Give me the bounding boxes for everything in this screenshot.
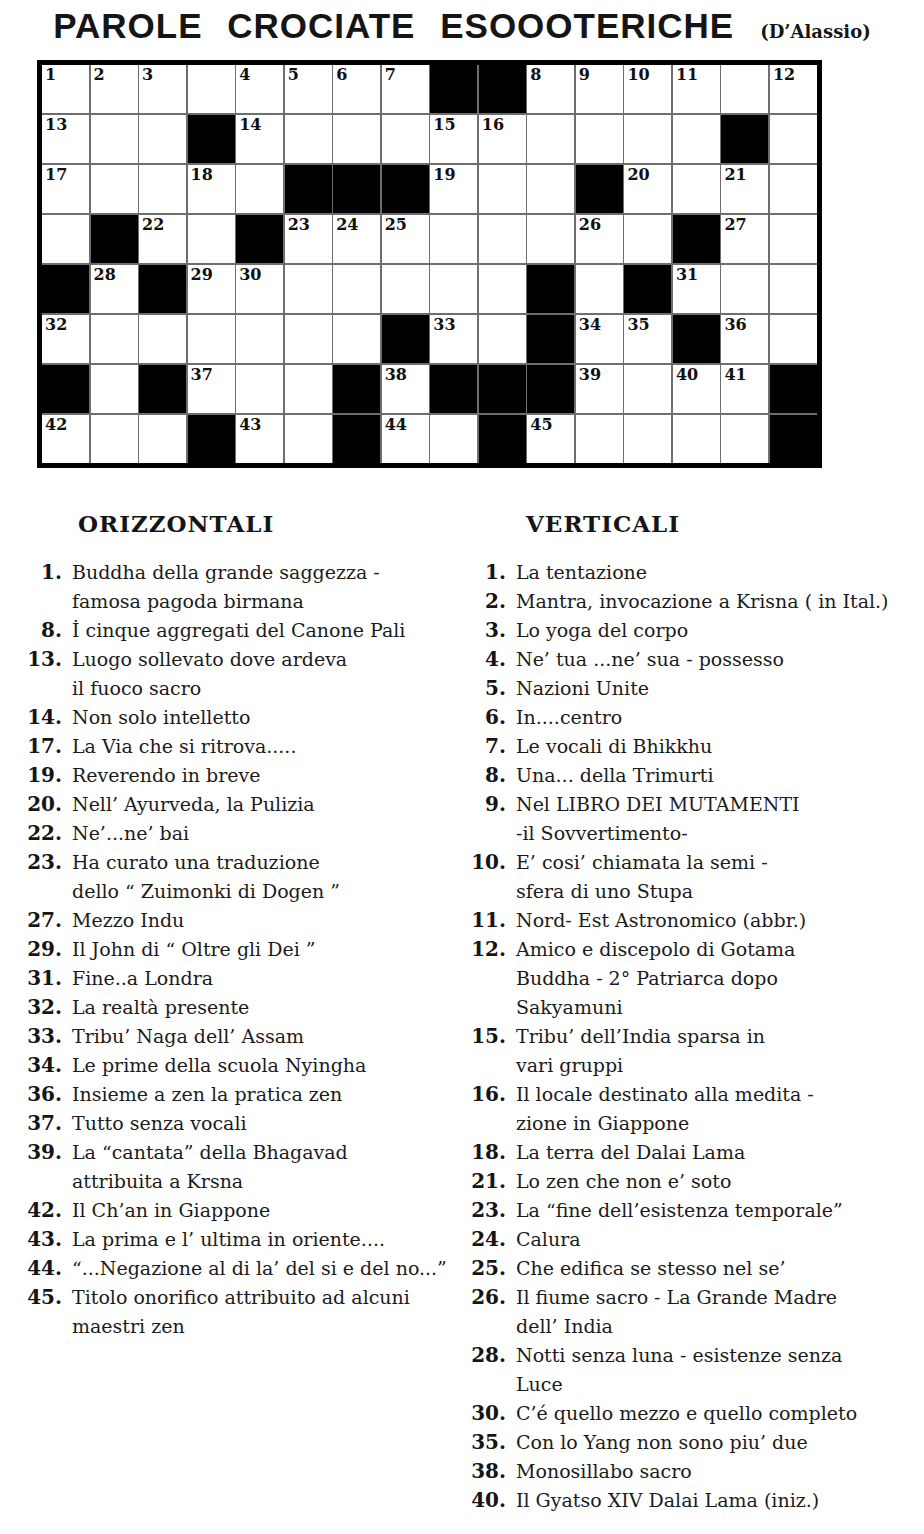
across-clue-43: 43.La prima e l’ ultima in oriente.... [16, 1225, 462, 1254]
clue-number: 18. [460, 1138, 516, 1167]
clue-number: 6. [460, 703, 516, 732]
clue-number: 30. [460, 1399, 516, 1428]
across-clues-column: ORIZZONTALI 1.Buddha della grande saggez… [16, 510, 462, 1341]
clue-text-line: Nazioni Unite [516, 674, 922, 703]
block-cell-r7c11 [527, 365, 574, 413]
across-clue-29: 29.Il John di “ Oltre gli Dei ” [16, 935, 462, 964]
cell-r7c5[interactable] [236, 365, 283, 413]
clue-text: Nazioni Unite [516, 674, 922, 703]
cell-r5c6[interactable] [285, 265, 332, 313]
cell-r4c10[interactable] [479, 215, 526, 263]
cell-r6c16[interactable] [770, 315, 817, 363]
block-cell-r7c7 [333, 365, 380, 413]
clue-text-line: Lo zen che non e’ soto [516, 1167, 922, 1196]
down-clues-column: VERTICALI 1.La tentazione2.Mantra, invoc… [460, 510, 922, 1515]
cell-r6c5[interactable] [236, 315, 283, 363]
cell-number: 45 [530, 415, 552, 434]
clue-text-line: Titolo onorifico attribuito ad alcuni [72, 1283, 462, 1312]
clue-text-line: Tribu’ Naga dell’ Assam [72, 1022, 462, 1051]
clue-number: 10. [460, 848, 516, 877]
cell-r6c6[interactable] [285, 315, 332, 363]
clue-number: 31. [16, 964, 72, 993]
clue-number: 15. [460, 1022, 516, 1051]
cell-r1c7[interactable]: 6 [333, 65, 380, 113]
cell-r3c1[interactable]: 17 [42, 165, 89, 213]
cell-number: 3 [142, 65, 153, 84]
cell-r6c7[interactable] [333, 315, 380, 363]
clue-text: Monosillabo sacro [516, 1457, 922, 1486]
cell-r7c14[interactable]: 40 [673, 365, 720, 413]
clue-text: Fine..a Londra [72, 964, 462, 993]
clue-text-line: Fine..a Londra [72, 964, 462, 993]
cell-number: 22 [142, 215, 164, 234]
clue-number: 21. [460, 1167, 516, 1196]
block-cell-r5c1 [42, 265, 89, 313]
block-cell-r3c8 [382, 165, 429, 213]
across-clue-36: 36.Insieme a zen la pratica zen [16, 1080, 462, 1109]
clue-text-line: Mezzo Indu [72, 906, 462, 935]
clue-text-line: La tentazione [516, 558, 922, 587]
cell-r8c15[interactable] [721, 415, 768, 463]
clue-text: Notti senza luna - esistenze senzaLuce [516, 1341, 922, 1399]
cell-r2c6[interactable] [285, 115, 332, 163]
cell-r5c7[interactable] [333, 265, 380, 313]
clue-number: 8. [16, 616, 72, 645]
cell-r1c4[interactable] [188, 65, 235, 113]
cell-r6c13[interactable]: 35 [624, 315, 671, 363]
cell-r8c14[interactable] [673, 415, 720, 463]
clue-text: Insieme a zen la pratica zen [72, 1080, 462, 1109]
clue-text-line: Le vocali di Bhikkhu [516, 732, 922, 761]
clue-number: 7. [460, 732, 516, 761]
down-clue-4: 4.Ne’ tua ...ne’ sua - possesso [460, 645, 922, 674]
clue-text-line: Non solo intelletto [72, 703, 462, 732]
block-cell-r8c4 [188, 415, 235, 463]
cell-r2c10[interactable]: 16 [479, 115, 526, 163]
cell-r5c8[interactable] [382, 265, 429, 313]
down-clues-list: 1.La tentazione2.Mantra, invocazione a K… [460, 558, 922, 1515]
across-clue-8: 8.İ cinque aggregati del Canone Pali [16, 616, 462, 645]
clue-text: La prima e l’ ultima in oriente.... [72, 1225, 462, 1254]
clue-text-line: Luce [516, 1370, 922, 1399]
cell-r5c12[interactable] [576, 265, 623, 313]
clue-number: 44. [16, 1254, 72, 1283]
cell-r4c6[interactable]: 23 [285, 215, 332, 263]
clue-text: Amico e discepolo di GotamaBuddha - 2° P… [516, 935, 922, 1022]
cell-r1c5[interactable]: 4 [236, 65, 283, 113]
clue-text: Nord- Est Astronomico (abbr.) [516, 906, 922, 935]
cell-r8c13[interactable] [624, 415, 671, 463]
clue-text: Non solo intelletto [72, 703, 462, 732]
across-clue-22: 22.Ne’...ne’ bai [16, 819, 462, 848]
clue-number: 22. [16, 819, 72, 848]
clue-text-line: La prima e l’ ultima in oriente.... [72, 1225, 462, 1254]
block-cell-r1c10 [479, 65, 526, 113]
clue-number: 36. [16, 1080, 72, 1109]
clue-text-line: sfera di uno Stupa [516, 877, 922, 906]
cell-number: 31 [676, 265, 698, 284]
cell-number: 35 [627, 315, 649, 334]
cell-r3c10[interactable] [479, 165, 526, 213]
clue-number: 3. [460, 616, 516, 645]
block-cell-r7c9 [430, 365, 477, 413]
cell-r6c10[interactable] [479, 315, 526, 363]
across-clues-header: ORIZZONTALI [78, 510, 462, 537]
cell-r8c3[interactable] [139, 415, 186, 463]
cell-number: 14 [239, 115, 261, 134]
cell-r7c15[interactable]: 41 [721, 365, 768, 413]
clue-text: Il fiume sacro - La Grande Madredell’ In… [516, 1283, 922, 1341]
block-cell-r6c8 [382, 315, 429, 363]
block-cell-r8c16 [770, 415, 817, 463]
down-clues-header: VERTICALI [526, 510, 922, 537]
cell-r6c4[interactable] [188, 315, 235, 363]
cell-r5c4[interactable]: 29 [188, 265, 235, 313]
clue-number: 8. [460, 761, 516, 790]
cell-number: 18 [191, 165, 213, 184]
cell-number: 29 [191, 265, 213, 284]
cell-r4c4[interactable] [188, 215, 235, 263]
block-cell-r3c12 [576, 165, 623, 213]
clue-text-line: Calura [516, 1225, 922, 1254]
clue-number: 23. [460, 1196, 516, 1225]
cell-r7c2[interactable] [91, 365, 138, 413]
down-clue-1: 1.La tentazione [460, 558, 922, 587]
clue-text: Con lo Yang non sono piu’ due [516, 1428, 922, 1457]
clue-number: 43. [16, 1225, 72, 1254]
clue-text: La terra del Dalai Lama [516, 1138, 922, 1167]
block-cell-r8c7 [333, 415, 380, 463]
clue-text-line: La “fine dell’esistenza temporale” [516, 1196, 922, 1225]
clue-text-line: La terra del Dalai Lama [516, 1138, 922, 1167]
cell-r3c4[interactable]: 18 [188, 165, 235, 213]
clue-text-line: Il locale destinato alla medita - [516, 1080, 922, 1109]
clue-number: 42. [16, 1196, 72, 1225]
cell-r5c14[interactable]: 31 [673, 265, 720, 313]
clue-text-line: Ha curato una traduzione [72, 848, 462, 877]
clue-number: 32. [16, 993, 72, 1022]
clue-text-line: La realtà presente [72, 993, 462, 1022]
clue-number: 1. [460, 558, 516, 587]
across-clue-37: 37.Tutto senza vocali [16, 1109, 462, 1138]
clue-number: 38. [460, 1457, 516, 1486]
clue-text: Ne’...ne’ bai [72, 819, 462, 848]
clue-text-line: maestri zen [72, 1312, 462, 1341]
clue-text-line: Nel LIBRO DEI MUTAMENTI [516, 790, 922, 819]
cell-r8c2[interactable] [91, 415, 138, 463]
block-cell-r4c5 [236, 215, 283, 263]
cell-r3c11[interactable] [527, 165, 574, 213]
clue-text-line: Buddha della grande saggezza - [72, 558, 462, 587]
across-clue-20: 20.Nell’ Ayurveda, la Pulizia [16, 790, 462, 819]
cell-r5c16[interactable] [770, 265, 817, 313]
cell-r2c9[interactable]: 15 [430, 115, 477, 163]
across-clues-list: 1.Buddha della grande saggezza -famosa p… [16, 558, 462, 1341]
clue-number: 5. [460, 674, 516, 703]
block-cell-r2c15 [721, 115, 768, 163]
cell-r2c7[interactable] [333, 115, 380, 163]
cell-number: 40 [676, 365, 698, 384]
across-clue-14: 14.Non solo intelletto [16, 703, 462, 732]
clue-text: La tentazione [516, 558, 922, 587]
clue-text: La “cantata” della Bhagavadattribuita a … [72, 1138, 462, 1196]
title-row: PAROLE CROCIATE ESOOOTERICHE(D’Alassio) [0, 6, 924, 46]
clue-text: Il Ch’an in Giappone [72, 1196, 462, 1225]
cell-number: 15 [433, 115, 455, 134]
cell-r4c7[interactable]: 24 [333, 215, 380, 263]
cell-number: 13 [45, 115, 67, 134]
cell-r1c13[interactable]: 10 [624, 65, 671, 113]
cell-r6c2[interactable] [91, 315, 138, 363]
across-clue-23: 23.Ha curato una traduzionedello “ Zuimo… [16, 848, 462, 906]
down-clue-30: 30.C’é quello mezzo e quello completo [460, 1399, 922, 1428]
down-clue-40: 40.Il Gyatso XIV Dalai Lama (iniz.) [460, 1486, 922, 1515]
cell-r7c4[interactable]: 37 [188, 365, 235, 413]
cell-number: 30 [239, 265, 261, 284]
down-clue-12: 12.Amico e discepolo di GotamaBuddha - 2… [460, 935, 922, 1022]
clue-text: Tribu’ dell’India sparsa invari gruppi [516, 1022, 922, 1080]
cell-r1c1[interactable]: 1 [42, 65, 89, 113]
clue-number: 13. [16, 645, 72, 674]
cell-r1c15[interactable] [721, 65, 768, 113]
clue-number: 11. [460, 906, 516, 935]
cell-number: 43 [239, 415, 261, 434]
clue-number: 33. [16, 1022, 72, 1051]
cell-r2c5[interactable]: 14 [236, 115, 283, 163]
clue-text-line: Ne’...ne’ bai [72, 819, 462, 848]
block-cell-r7c1 [42, 365, 89, 413]
clue-text-line: dell’ India [516, 1312, 922, 1341]
cell-r4c15[interactable]: 27 [721, 215, 768, 263]
cell-r2c16[interactable] [770, 115, 817, 163]
clue-text-line: Nord- Est Astronomico (abbr.) [516, 906, 922, 935]
clue-text-line: Con lo Yang non sono piu’ due [516, 1428, 922, 1457]
cell-r7c6[interactable] [285, 365, 332, 413]
cell-r6c1[interactable]: 32 [42, 315, 89, 363]
across-clue-45: 45.Titolo onorifico attribuito ad alcuni… [16, 1283, 462, 1341]
across-clue-33: 33.Tribu’ Naga dell’ Assam [16, 1022, 462, 1051]
clue-text-line: Ne’ tua ...ne’ sua - possesso [516, 645, 922, 674]
down-clue-35: 35.Con lo Yang non sono piu’ due [460, 1428, 922, 1457]
clue-number: 23. [16, 848, 72, 877]
down-clue-10: 10.E’ cosi’ chiamata la semi -sfera di u… [460, 848, 922, 906]
cell-r4c13[interactable] [624, 215, 671, 263]
cell-r6c15[interactable]: 36 [721, 315, 768, 363]
cell-r5c5[interactable]: 30 [236, 265, 283, 313]
cell-r3c16[interactable] [770, 165, 817, 213]
cell-r8c6[interactable] [285, 415, 332, 463]
down-clue-26: 26.Il fiume sacro - La Grande Madredell’… [460, 1283, 922, 1341]
cell-number: 37 [191, 365, 213, 384]
down-clue-5: 5.Nazioni Unite [460, 674, 922, 703]
cell-r8c1[interactable]: 42 [42, 415, 89, 463]
clue-number: 35. [460, 1428, 516, 1457]
cell-r3c3[interactable] [139, 165, 186, 213]
down-clue-2: 2.Mantra, invocazione a Krisna ( in Ital… [460, 587, 922, 616]
clue-number: 27. [16, 906, 72, 935]
cell-number: 24 [336, 215, 358, 234]
clue-text: C’é quello mezzo e quello completo [516, 1399, 922, 1428]
clue-text-line: Monosillabo sacro [516, 1457, 922, 1486]
cell-r3c14[interactable] [673, 165, 720, 213]
clue-text-line: zione in Giappone [516, 1109, 922, 1138]
clue-text-line: Il Gyatso XIV Dalai Lama (iniz.) [516, 1486, 922, 1515]
clue-text-line: La “cantata” della Bhagavad [72, 1138, 462, 1167]
cell-number: 8 [530, 65, 541, 84]
cell-r2c11[interactable] [527, 115, 574, 163]
cell-r1c3[interactable]: 3 [139, 65, 186, 113]
cell-r6c9[interactable]: 33 [430, 315, 477, 363]
cell-r8c5[interactable]: 43 [236, 415, 283, 463]
cell-r2c1[interactable]: 13 [42, 115, 89, 163]
cell-r1c14[interactable]: 11 [673, 65, 720, 113]
clue-text: Mantra, invocazione a Krisna ( in Ital.) [516, 587, 922, 616]
cell-r6c3[interactable] [139, 315, 186, 363]
cell-r8c12[interactable] [576, 415, 623, 463]
cell-number: 25 [385, 215, 407, 234]
clue-text-line: Insieme a zen la pratica zen [72, 1080, 462, 1109]
cell-r1c6[interactable]: 5 [285, 65, 332, 113]
cell-r1c8[interactable]: 7 [382, 65, 429, 113]
cell-number: 34 [579, 315, 601, 334]
cell-r2c14[interactable] [673, 115, 720, 163]
clue-number: 34. [16, 1051, 72, 1080]
block-cell-r4c14 [673, 215, 720, 263]
cell-r1c12[interactable]: 9 [576, 65, 623, 113]
block-cell-r5c13 [624, 265, 671, 313]
cell-number: 11 [676, 65, 698, 84]
cell-r5c15[interactable] [721, 265, 768, 313]
cell-r7c12[interactable]: 39 [576, 365, 623, 413]
clue-text-line: Lo yoga del corpo [516, 616, 922, 645]
clue-text: Nell’ Ayurveda, la Pulizia [72, 790, 462, 819]
clue-text: Il John di “ Oltre gli Dei ” [72, 935, 462, 964]
cell-r1c16[interactable]: 12 [770, 65, 817, 113]
clue-number: 2. [460, 587, 516, 616]
cell-number: 26 [579, 215, 601, 234]
cell-number: 12 [773, 65, 795, 84]
clue-text-line: attribuita a Krsna [72, 1167, 462, 1196]
clue-text-line: “...Negazione al di la’ del si e del no.… [72, 1254, 462, 1283]
clue-text-line: C’é quello mezzo e quello completo [516, 1399, 922, 1428]
clue-text-line: E’ cosi’ chiamata la semi - [516, 848, 922, 877]
clue-number: 14. [16, 703, 72, 732]
clue-text-line: Il John di “ Oltre gli Dei ” [72, 935, 462, 964]
clue-text: Luogo sollevato dove ardevail fuoco sacr… [72, 645, 462, 703]
cell-number: 32 [45, 315, 67, 334]
cell-r4c3[interactable]: 22 [139, 215, 186, 263]
cell-number: 9 [579, 65, 590, 84]
clue-text: Nel LIBRO DEI MUTAMENTI-il Sovvertimento… [516, 790, 922, 848]
cell-r1c2[interactable]: 2 [91, 65, 138, 113]
clue-text: Che edifica se stesso nel se’ [516, 1254, 922, 1283]
cell-r4c9[interactable] [430, 215, 477, 263]
cell-r8c8[interactable]: 44 [382, 415, 429, 463]
cell-r3c13[interactable]: 20 [624, 165, 671, 213]
cell-r8c9[interactable] [430, 415, 477, 463]
clue-text: Ha curato una traduzionedello “ Zuimonki… [72, 848, 462, 906]
clue-text-line: Nell’ Ayurveda, la Pulizia [72, 790, 462, 819]
cell-r3c2[interactable] [91, 165, 138, 213]
cell-r2c12[interactable] [576, 115, 623, 163]
cell-r5c10[interactable] [479, 265, 526, 313]
cell-r2c13[interactable] [624, 115, 671, 163]
across-clue-32: 32.La realtà presente [16, 993, 462, 1022]
clue-number: 20. [16, 790, 72, 819]
cell-r2c3[interactable] [139, 115, 186, 163]
cell-number: 38 [385, 365, 407, 384]
cell-r4c12[interactable]: 26 [576, 215, 623, 263]
across-clue-44: 44.“...Negazione al di la’ del si e del … [16, 1254, 462, 1283]
cell-number: 17 [45, 165, 67, 184]
cell-r4c16[interactable] [770, 215, 817, 263]
across-clue-19: 19.Reverendo in breve [16, 761, 462, 790]
cell-r6c12[interactable]: 34 [576, 315, 623, 363]
cell-r3c9[interactable]: 19 [430, 165, 477, 213]
clue-number: 24. [460, 1225, 516, 1254]
block-cell-r8c10 [479, 415, 526, 463]
clue-text-line: dello “ Zuimonki di Dogen ” [72, 877, 462, 906]
cell-r8c11[interactable]: 45 [527, 415, 574, 463]
cell-number: 36 [724, 315, 746, 334]
down-clue-25: 25.Che edifica se stesso nel se’ [460, 1254, 922, 1283]
clue-text: Le vocali di Bhikkhu [516, 732, 922, 761]
clue-number: 28. [460, 1341, 516, 1370]
down-clue-3: 3.Lo yoga del corpo [460, 616, 922, 645]
down-clue-7: 7.Le vocali di Bhikkhu [460, 732, 922, 761]
clue-text-line: Buddha - 2° Patriarca dopo [516, 964, 922, 993]
clue-number: 12. [460, 935, 516, 964]
down-clue-6: 6.In....centro [460, 703, 922, 732]
cell-r7c13[interactable] [624, 365, 671, 413]
clue-text-line: famosa pagoda birmana [72, 587, 462, 616]
down-clue-11: 11.Nord- Est Astronomico (abbr.) [460, 906, 922, 935]
cell-number: 41 [724, 365, 746, 384]
clue-text-line: Il Ch’an in Giappone [72, 1196, 462, 1225]
block-cell-r7c3 [139, 365, 186, 413]
clue-text-line: Luogo sollevato dove ardeva [72, 645, 462, 674]
crossword-grid: 1234567891011121314151617181920212223242… [37, 60, 822, 468]
cell-r1c11[interactable]: 8 [527, 65, 574, 113]
cell-r7c8[interactable]: 38 [382, 365, 429, 413]
cell-r5c9[interactable] [430, 265, 477, 313]
across-clue-17: 17.La Via che si ritrova..... [16, 732, 462, 761]
cell-r2c2[interactable] [91, 115, 138, 163]
down-clue-23: 23.La “fine dell’esistenza temporale” [460, 1196, 922, 1225]
clue-text: Il Gyatso XIV Dalai Lama (iniz.) [516, 1486, 922, 1515]
cell-r2c8[interactable] [382, 115, 429, 163]
across-clue-31: 31.Fine..a Londra [16, 964, 462, 993]
cell-r3c5[interactable] [236, 165, 283, 213]
clue-text: Reverendo in breve [72, 761, 462, 790]
cell-r4c8[interactable]: 25 [382, 215, 429, 263]
clue-text-line: Le prime della scuola Nyingha [72, 1051, 462, 1080]
clue-number: 16. [460, 1080, 516, 1109]
clue-text-line: Tutto senza vocali [72, 1109, 462, 1138]
clue-text-line: Che edifica se stesso nel se’ [516, 1254, 922, 1283]
down-clue-38: 38.Monosillabo sacro [460, 1457, 922, 1486]
clue-text-line: Reverendo in breve [72, 761, 462, 790]
clue-text-line: -il Sovvertimento- [516, 819, 922, 848]
cell-r4c1[interactable] [42, 215, 89, 263]
cell-r3c15[interactable]: 21 [721, 165, 768, 213]
cell-number: 5 [288, 65, 299, 84]
clue-text-line: In....centro [516, 703, 922, 732]
cell-r4c11[interactable] [527, 215, 574, 263]
clue-text-line: Una... della Trimurti [516, 761, 922, 790]
cell-number: 21 [724, 165, 746, 184]
cell-r5c2[interactable]: 28 [91, 265, 138, 313]
